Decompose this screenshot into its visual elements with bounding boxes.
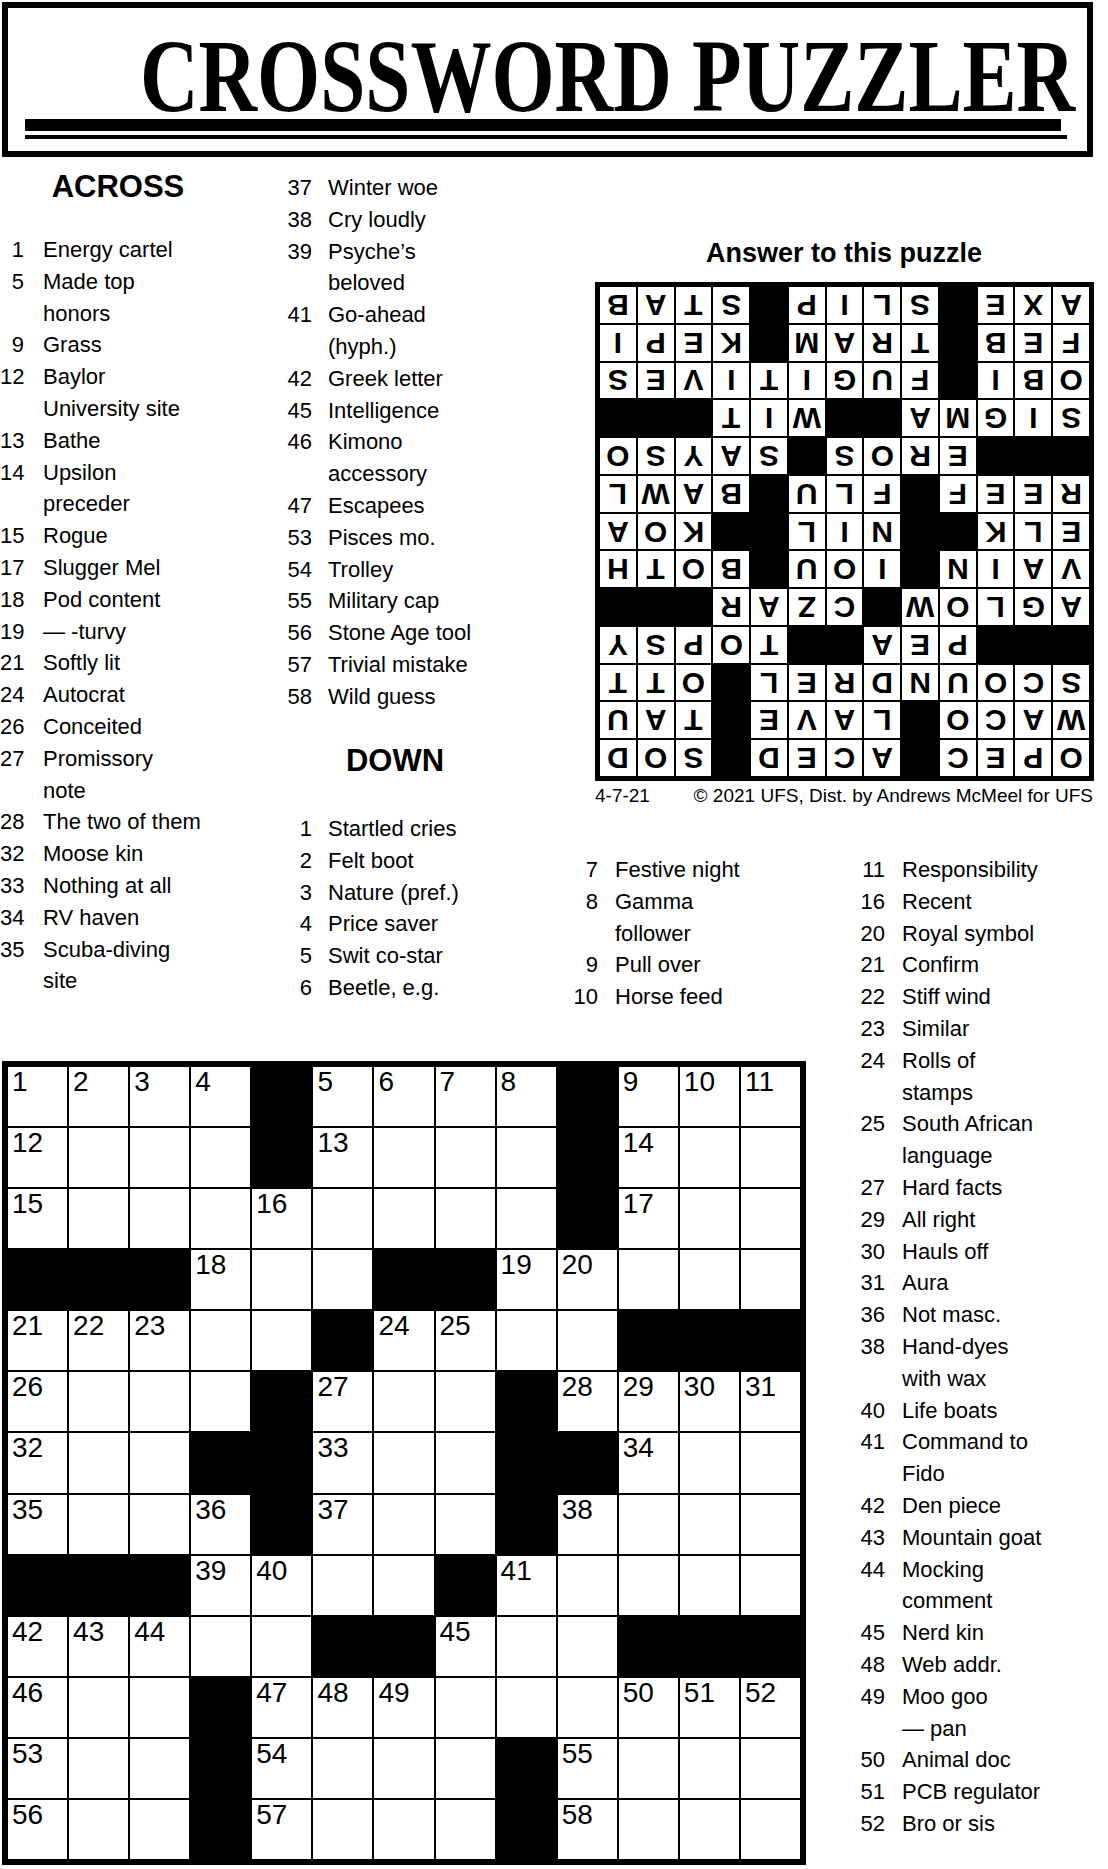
black-cell xyxy=(741,1311,800,1370)
grid-cell[interactable] xyxy=(374,1433,433,1492)
grid-cell[interactable]: 25 xyxy=(436,1311,495,1370)
grid-cell[interactable]: 29 xyxy=(619,1372,678,1431)
grid-cell[interactable]: 50 xyxy=(619,1678,678,1737)
grid-cell[interactable] xyxy=(130,1495,189,1554)
clue-line: 38Cry loudly xyxy=(268,204,471,236)
clue-line: 24Rolls of xyxy=(848,1045,1041,1077)
grid-cell[interactable] xyxy=(741,1800,800,1859)
cell-number: 38 xyxy=(562,1496,593,1524)
grid-cell[interactable] xyxy=(313,1800,372,1859)
black-cell xyxy=(680,1617,739,1676)
grid-cell[interactable]: 38 xyxy=(558,1495,617,1554)
clue-text: Baylor xyxy=(43,361,105,393)
solution-cell: Z xyxy=(789,589,825,625)
grid-cell[interactable]: 43 xyxy=(69,1617,128,1676)
solution-cell: T xyxy=(751,627,787,663)
solution-cell: A xyxy=(827,702,863,738)
grid-cell[interactable] xyxy=(69,1739,128,1798)
clue-line: 52Bro or sis xyxy=(848,1808,1041,1840)
grid-cell[interactable] xyxy=(374,1739,433,1798)
clue-number: 44 xyxy=(848,1554,885,1586)
black-cell xyxy=(69,1250,128,1309)
solution-cell: H xyxy=(600,551,636,587)
cell-number: 25 xyxy=(440,1312,471,1340)
grid-cell[interactable] xyxy=(69,1128,128,1187)
grid-cell[interactable] xyxy=(374,1556,433,1615)
grid-cell[interactable]: 44 xyxy=(130,1617,189,1676)
grid-cell[interactable] xyxy=(436,1678,495,1737)
grid-cell[interactable]: 39 xyxy=(191,1556,250,1615)
clue-number: 40 xyxy=(848,1395,885,1427)
clue-line: 26Conceited xyxy=(0,711,201,743)
solution-cell: D xyxy=(864,665,900,701)
grid-cell[interactable] xyxy=(558,1617,617,1676)
grid-cell[interactable] xyxy=(374,1128,433,1187)
clue-text: Rolls of xyxy=(902,1045,975,1077)
clue-text: Command to xyxy=(902,1426,1028,1458)
grid-cell[interactable] xyxy=(497,1617,556,1676)
answer-grid: OPECACEDSODWACOLAVETAUSCOUNDRELOTTPEATOP… xyxy=(595,282,1094,781)
grid-cell[interactable]: 1 xyxy=(8,1067,67,1126)
clue-continuation-line: (hyph.) xyxy=(268,331,471,363)
solution-cell: A xyxy=(902,400,938,436)
clue-text: note xyxy=(43,775,86,807)
clue-text: Moose kin xyxy=(43,838,143,870)
clue-number: 24 xyxy=(848,1045,885,1077)
grid-cell[interactable]: 48 xyxy=(313,1678,372,1737)
grid-cell[interactable]: 3 xyxy=(130,1067,189,1126)
grid-cell[interactable]: 26 xyxy=(8,1372,67,1431)
clue-text: Stiff wind xyxy=(902,981,991,1013)
grid-cell[interactable] xyxy=(191,1617,250,1676)
grid-cell[interactable] xyxy=(741,1739,800,1798)
clue-number: 1 xyxy=(0,234,24,266)
grid-cell[interactable]: 36 xyxy=(191,1495,250,1554)
cell-number: 5 xyxy=(317,1068,333,1096)
solution-cell: I xyxy=(827,514,863,550)
grid-cell[interactable] xyxy=(374,1189,433,1248)
cell-number: 28 xyxy=(562,1373,593,1401)
clue-text: (hyph.) xyxy=(328,331,396,363)
black-cell xyxy=(789,627,825,663)
clue-number xyxy=(560,918,598,950)
grid-cell[interactable]: 17 xyxy=(619,1189,678,1248)
solution-cell: W xyxy=(902,589,938,625)
grid-cell[interactable]: 49 xyxy=(374,1678,433,1737)
grid-cell[interactable]: 12 xyxy=(8,1128,67,1187)
grid-cell[interactable] xyxy=(680,1556,739,1615)
clue-number: 33 xyxy=(0,870,24,902)
grid-cell[interactable]: 57 xyxy=(252,1800,311,1859)
grid-cell[interactable]: 53 xyxy=(8,1739,67,1798)
black-cell xyxy=(751,551,787,587)
grid-cell[interactable] xyxy=(69,1372,128,1431)
grid-cell[interactable]: 30 xyxy=(680,1372,739,1431)
clue-line: 28The two of them xyxy=(0,806,201,838)
clue-line: 42Greek letter xyxy=(268,363,471,395)
clue-line: 35Scuba-diving xyxy=(0,934,201,966)
grid-cell[interactable]: 19 xyxy=(497,1250,556,1309)
page-title: CROSSWORD PUZZLER xyxy=(8,24,1087,128)
grid-cell[interactable]: 27 xyxy=(313,1372,372,1431)
grid-cell[interactable] xyxy=(680,1128,739,1187)
grid-cell[interactable] xyxy=(619,1556,678,1615)
grid-cell[interactable]: 42 xyxy=(8,1617,67,1676)
clue-continuation-line: language xyxy=(848,1140,1041,1172)
solution-cell: W xyxy=(638,476,674,512)
clue-text: Horse feed xyxy=(615,981,723,1013)
grid-cell[interactable] xyxy=(130,1128,189,1187)
grid-cell[interactable] xyxy=(619,1250,678,1309)
grid-cell[interactable]: 32 xyxy=(8,1433,67,1492)
clue-line: 21Softly lit xyxy=(0,647,201,679)
grid-cell[interactable] xyxy=(313,1739,372,1798)
grid-cell[interactable] xyxy=(680,1800,739,1859)
grid-cell[interactable]: 9 xyxy=(619,1067,678,1126)
clue-line: 27Hard facts xyxy=(848,1172,1041,1204)
clue-line: 53Pisces mo. xyxy=(268,522,471,554)
black-cell xyxy=(902,551,938,587)
clue-line: 8Gamma xyxy=(560,886,740,918)
solution-cell: R xyxy=(902,438,938,474)
grid-cell[interactable]: 22 xyxy=(69,1311,128,1370)
cell-number: 17 xyxy=(623,1190,654,1218)
clue-number: 45 xyxy=(268,395,312,427)
grid-cell[interactable] xyxy=(680,1250,739,1309)
clue-number: 30 xyxy=(848,1236,885,1268)
black-cell xyxy=(619,1311,678,1370)
clue-line: 30Hauls off xyxy=(848,1236,1041,1268)
solution-cell: G xyxy=(1015,589,1051,625)
cell-number: 44 xyxy=(134,1618,165,1646)
clue-line: 41Go-ahead xyxy=(268,299,471,331)
grid-cell[interactable]: 33 xyxy=(313,1433,372,1492)
grid-cell[interactable]: 47 xyxy=(252,1678,311,1737)
grid-cell[interactable]: 28 xyxy=(558,1372,617,1431)
grid-cell[interactable]: 14 xyxy=(619,1128,678,1187)
clue-number: 26 xyxy=(0,711,24,743)
grid-cell[interactable]: 51 xyxy=(680,1678,739,1737)
clue-number: 42 xyxy=(848,1490,885,1522)
grid-cell[interactable]: 21 xyxy=(8,1311,67,1370)
clue-text: Greek letter xyxy=(328,363,443,395)
grid-cell[interactable]: 37 xyxy=(313,1495,372,1554)
puzzle-date: 4-7-21 xyxy=(595,784,650,808)
grid-cell[interactable]: 40 xyxy=(252,1556,311,1615)
solution-cell: E xyxy=(1015,476,1051,512)
clue-text: Fido xyxy=(902,1458,945,1490)
grid-cell[interactable] xyxy=(313,1189,372,1248)
clue-continuation-line: stamps xyxy=(848,1077,1041,1109)
crossword-grid: 1234567891011121314151617181920212223242… xyxy=(2,1061,806,1865)
clue-line: 20Royal symbol xyxy=(848,918,1041,950)
grid-cell[interactable] xyxy=(252,1617,311,1676)
clue-number xyxy=(848,1458,885,1490)
grid-cell[interactable]: 15 xyxy=(8,1189,67,1248)
solution-cell: A xyxy=(1015,551,1051,587)
clue-text: follower xyxy=(615,918,691,950)
solution-cell: O xyxy=(827,551,863,587)
grid-cell[interactable] xyxy=(497,1311,556,1370)
grid-cell[interactable] xyxy=(130,1678,189,1737)
clue-text: Kimono xyxy=(328,426,403,458)
solution-cell: B xyxy=(1015,363,1051,399)
black-cell xyxy=(191,1739,250,1798)
cell-number: 4 xyxy=(195,1068,211,1096)
clue-number: 27 xyxy=(848,1172,885,1204)
grid-cell[interactable] xyxy=(619,1800,678,1859)
clue-line: 9Pull over xyxy=(560,949,740,981)
solution-cell: V xyxy=(1053,551,1089,587)
solution-cell: T xyxy=(751,363,787,399)
solution-cell: I xyxy=(751,400,787,436)
grid-cell[interactable] xyxy=(436,1800,495,1859)
across-clues-column-1: 1Energy cartel5Made tophonors9Grass12Bay… xyxy=(0,234,201,997)
solution-cell: U xyxy=(789,551,825,587)
black-cell xyxy=(558,1128,617,1187)
grid-cell[interactable] xyxy=(436,1128,495,1187)
black-cell xyxy=(558,1067,617,1126)
grid-cell[interactable] xyxy=(680,1495,739,1554)
clue-line: 17Slugger Mel xyxy=(0,552,201,584)
grid-cell[interactable]: 31 xyxy=(741,1372,800,1431)
clue-number: 3 xyxy=(268,877,312,909)
grid-cell[interactable] xyxy=(619,1739,678,1798)
grid-cell[interactable] xyxy=(69,1678,128,1737)
grid-cell[interactable] xyxy=(69,1495,128,1554)
clue-text: Psyche’s xyxy=(328,236,416,268)
cell-number: 31 xyxy=(745,1373,776,1401)
grid-cell[interactable] xyxy=(130,1372,189,1431)
grid-cell[interactable]: 6 xyxy=(374,1067,433,1126)
grid-cell[interactable] xyxy=(130,1189,189,1248)
grid-cell[interactable] xyxy=(191,1311,250,1370)
black-cell xyxy=(751,287,787,323)
grid-cell[interactable] xyxy=(130,1739,189,1798)
grid-cell[interactable] xyxy=(497,1678,556,1737)
clue-number: 19 xyxy=(0,616,24,648)
grid-cell[interactable]: 34 xyxy=(619,1433,678,1492)
clue-text: Bro or sis xyxy=(902,1808,995,1840)
grid-cell[interactable] xyxy=(436,1495,495,1554)
grid-cell[interactable]: 24 xyxy=(374,1311,433,1370)
clue-line: 45Intelligence xyxy=(268,395,471,427)
clue-number: 38 xyxy=(848,1331,885,1363)
grid-cell[interactable] xyxy=(374,1372,433,1431)
clue-line: 11Responsibility xyxy=(848,854,1041,886)
clue-number: 35 xyxy=(0,934,24,966)
clue-continuation-line: — pan xyxy=(848,1713,1041,1745)
solution-cell: E xyxy=(940,438,976,474)
grid-cell[interactable] xyxy=(313,1250,372,1309)
solution-cell: M xyxy=(789,325,825,361)
grid-cell[interactable]: 10 xyxy=(680,1067,739,1126)
solution-cell: L xyxy=(978,589,1014,625)
clue-line: 57Trivial mistake xyxy=(268,649,471,681)
solution-cell: U xyxy=(940,665,976,701)
grid-cell[interactable]: 41 xyxy=(497,1556,556,1615)
solution-cell: O xyxy=(600,438,636,474)
black-cell xyxy=(713,740,749,776)
grid-cell[interactable] xyxy=(130,1800,189,1859)
grid-cell[interactable]: 7 xyxy=(436,1067,495,1126)
grid-cell[interactable]: 16 xyxy=(252,1189,311,1248)
grid-cell[interactable] xyxy=(680,1189,739,1248)
grid-cell[interactable] xyxy=(191,1372,250,1431)
grid-cell[interactable]: 18 xyxy=(191,1250,250,1309)
grid-cell[interactable]: 56 xyxy=(8,1800,67,1859)
black-cell xyxy=(313,1311,372,1370)
grid-cell[interactable] xyxy=(680,1739,739,1798)
clue-text: stamps xyxy=(902,1077,973,1109)
clue-text: honors xyxy=(43,298,110,330)
cell-number: 49 xyxy=(378,1679,409,1707)
black-cell xyxy=(436,1250,495,1309)
clue-text: Nerd kin xyxy=(902,1617,984,1649)
grid-cell[interactable]: 55 xyxy=(558,1739,617,1798)
solution-cell: O xyxy=(676,551,712,587)
clue-text: Similar xyxy=(902,1013,969,1045)
grid-cell[interactable] xyxy=(558,1678,617,1737)
grid-cell[interactable] xyxy=(436,1372,495,1431)
grid-cell[interactable] xyxy=(619,1495,678,1554)
grid-cell[interactable]: 11 xyxy=(741,1067,800,1126)
black-cell xyxy=(191,1433,250,1492)
clue-line: 48Web addr. xyxy=(848,1649,1041,1681)
grid-cell[interactable] xyxy=(741,1189,800,1248)
solution-cell: S xyxy=(1053,665,1089,701)
clue-text: Pull over xyxy=(615,949,701,981)
clue-line: 31Aura xyxy=(848,1267,1041,1299)
solution-cell: E xyxy=(789,740,825,776)
cell-number: 16 xyxy=(256,1190,287,1218)
black-cell xyxy=(374,1617,433,1676)
clue-number: 25 xyxy=(848,1108,885,1140)
cell-number: 55 xyxy=(562,1740,593,1768)
clue-number: 9 xyxy=(560,949,598,981)
grid-cell[interactable]: 58 xyxy=(558,1800,617,1859)
grid-cell[interactable] xyxy=(69,1800,128,1859)
clue-text: Animal doc xyxy=(902,1744,1011,1776)
cell-number: 54 xyxy=(256,1740,287,1768)
clue-number xyxy=(848,1140,885,1172)
grid-cell[interactable]: 45 xyxy=(436,1617,495,1676)
grid-cell[interactable]: 52 xyxy=(741,1678,800,1737)
solution-cell: T xyxy=(676,287,712,323)
grid-cell[interactable] xyxy=(497,1189,556,1248)
clue-number: 4 xyxy=(268,908,312,940)
clue-text: accessory xyxy=(328,458,427,490)
grid-cell[interactable]: 2 xyxy=(69,1067,128,1126)
grid-cell[interactable] xyxy=(191,1189,250,1248)
grid-cell[interactable]: 8 xyxy=(497,1067,556,1126)
black-cell xyxy=(864,400,900,436)
clue-number: 47 xyxy=(268,490,312,522)
solution-cell: O xyxy=(1053,363,1089,399)
solution-cell: O xyxy=(864,438,900,474)
cell-number: 42 xyxy=(12,1618,43,1646)
clue-number: 41 xyxy=(268,299,312,331)
grid-cell[interactable] xyxy=(69,1189,128,1248)
clue-text: Mountain goat xyxy=(902,1522,1041,1554)
grid-cell[interactable] xyxy=(436,1189,495,1248)
grid-cell[interactable]: 35 xyxy=(8,1495,67,1554)
grid-cell[interactable]: 23 xyxy=(130,1311,189,1370)
grid-cell[interactable] xyxy=(558,1556,617,1615)
grid-cell[interactable] xyxy=(374,1495,433,1554)
grid-cell[interactable] xyxy=(558,1311,617,1370)
black-cell xyxy=(864,589,900,625)
solution-cell: X xyxy=(1015,287,1051,323)
grid-cell[interactable]: 13 xyxy=(313,1128,372,1187)
clue-line: 49Moo goo xyxy=(848,1681,1041,1713)
grid-cell[interactable] xyxy=(436,1739,495,1798)
clue-text: Startled cries xyxy=(328,813,456,845)
grid-cell[interactable] xyxy=(69,1433,128,1492)
clue-line: 40Life boats xyxy=(848,1395,1041,1427)
grid-cell[interactable] xyxy=(436,1433,495,1492)
grid-cell[interactable] xyxy=(741,1128,800,1187)
cell-number: 19 xyxy=(501,1251,532,1279)
grid-cell[interactable] xyxy=(313,1556,372,1615)
black-cell xyxy=(619,1617,678,1676)
clue-number: 7 xyxy=(560,854,598,886)
clue-text: Hard facts xyxy=(902,1172,1002,1204)
grid-cell[interactable] xyxy=(741,1433,800,1492)
solution-cell: R xyxy=(713,589,749,625)
grid-cell[interactable] xyxy=(130,1433,189,1492)
clue-text: Conceited xyxy=(43,711,142,743)
grid-cell[interactable] xyxy=(497,1128,556,1187)
grid-cell[interactable]: 20 xyxy=(558,1250,617,1309)
clue-line: 18Pod content xyxy=(0,584,201,616)
cell-number: 22 xyxy=(73,1312,104,1340)
grid-cell[interactable] xyxy=(252,1250,311,1309)
clue-text: Military cap xyxy=(328,585,439,617)
down-clues-column-1: 1Startled cries2Felt boot3Nature (pref.)… xyxy=(268,813,459,1004)
solution-cell: D xyxy=(751,740,787,776)
solution-cell: E xyxy=(1053,514,1089,550)
cell-number: 8 xyxy=(501,1068,517,1096)
solution-cell: G xyxy=(978,400,1014,436)
grid-cell[interactable] xyxy=(741,1556,800,1615)
clue-line: 23Similar xyxy=(848,1013,1041,1045)
grid-cell[interactable] xyxy=(252,1311,311,1370)
grid-cell[interactable]: 4 xyxy=(191,1067,250,1126)
grid-cell[interactable]: 46 xyxy=(8,1678,67,1737)
solution-cell: C xyxy=(940,740,976,776)
cell-number: 33 xyxy=(317,1434,348,1462)
grid-cell[interactable]: 5 xyxy=(313,1067,372,1126)
grid-cell[interactable] xyxy=(741,1495,800,1554)
grid-cell[interactable] xyxy=(191,1128,250,1187)
clue-number: 58 xyxy=(268,681,312,713)
black-cell xyxy=(191,1678,250,1737)
clue-continuation-line: honors xyxy=(0,298,201,330)
clue-number: 5 xyxy=(0,266,24,298)
solution-cell: I xyxy=(1015,400,1051,436)
clue-line: 44Mocking xyxy=(848,1554,1041,1586)
grid-cell[interactable] xyxy=(741,1250,800,1309)
grid-cell[interactable] xyxy=(374,1800,433,1859)
clue-text: Nature (pref.) xyxy=(328,877,459,909)
solution-cell: W xyxy=(789,400,825,436)
grid-cell[interactable] xyxy=(680,1433,739,1492)
black-cell xyxy=(978,627,1014,663)
clue-number: 36 xyxy=(848,1299,885,1331)
clue-number xyxy=(0,775,24,807)
grid-cell[interactable]: 54 xyxy=(252,1739,311,1798)
